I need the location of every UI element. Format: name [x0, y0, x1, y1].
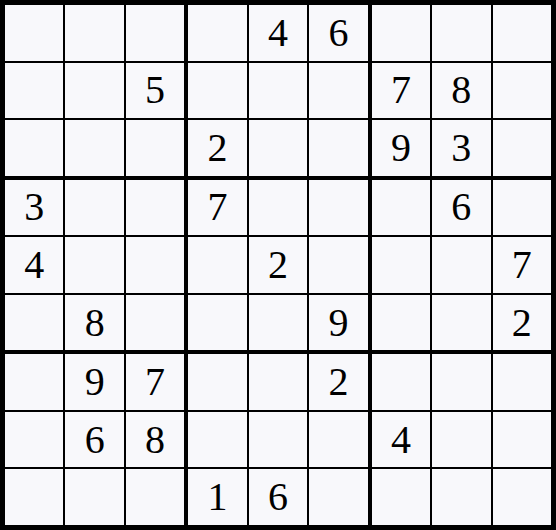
box-r2c3: 672 [372, 180, 551, 351]
cell-r4c7[interactable] [372, 180, 430, 236]
cell-r3c7[interactable]: 9 [372, 120, 430, 176]
cell-r9c6[interactable] [309, 469, 367, 525]
cell-r5c7[interactable] [372, 237, 430, 293]
cell-r5c1[interactable]: 4 [5, 237, 63, 293]
cell-r6c8[interactable] [432, 295, 490, 351]
cell-r6c6[interactable]: 9 [309, 295, 367, 351]
box-r1c1: 5 [5, 5, 184, 176]
cell-r7c5[interactable] [249, 354, 307, 410]
cell-r1c3[interactable] [126, 5, 184, 61]
sudoku-board: 5462789334872967297682164 [0, 0, 556, 530]
cell-r5c3[interactable] [126, 237, 184, 293]
cell-r6c2[interactable]: 8 [65, 295, 123, 351]
cell-r3c8[interactable]: 3 [432, 120, 490, 176]
cell-r3c2[interactable] [65, 120, 123, 176]
cell-r7c7[interactable] [372, 354, 430, 410]
cell-r9c3[interactable] [126, 469, 184, 525]
cell-r6c7[interactable] [372, 295, 430, 351]
cell-r8c6[interactable] [309, 412, 367, 468]
cell-r1c5[interactable]: 4 [249, 5, 307, 61]
cell-r7c9[interactable] [493, 354, 551, 410]
cell-r9c7[interactable] [372, 469, 430, 525]
cell-r6c9[interactable]: 2 [493, 295, 551, 351]
cell-r6c4[interactable] [188, 295, 246, 351]
cell-r4c9[interactable] [493, 180, 551, 236]
cell-r9c1[interactable] [5, 469, 63, 525]
cell-r8c5[interactable] [249, 412, 307, 468]
cell-r9c4[interactable]: 1 [188, 469, 246, 525]
cell-r3c1[interactable] [5, 120, 63, 176]
box-r1c3: 7893 [372, 5, 551, 176]
cell-r5c2[interactable] [65, 237, 123, 293]
cell-r1c2[interactable] [65, 5, 123, 61]
cell-r2c2[interactable] [65, 63, 123, 119]
cell-r2c3[interactable]: 5 [126, 63, 184, 119]
cell-r1c6[interactable]: 6 [309, 5, 367, 61]
cell-r8c9[interactable] [493, 412, 551, 468]
cell-r7c6[interactable]: 2 [309, 354, 367, 410]
cell-r4c2[interactable] [65, 180, 123, 236]
cell-r9c8[interactable] [432, 469, 490, 525]
cell-r2c1[interactable] [5, 63, 63, 119]
cell-r2c4[interactable] [188, 63, 246, 119]
cell-r7c4[interactable] [188, 354, 246, 410]
cell-r2c7[interactable]: 7 [372, 63, 430, 119]
cell-r8c7[interactable]: 4 [372, 412, 430, 468]
box-r3c2: 216 [188, 354, 367, 525]
box-r1c2: 462 [188, 5, 367, 176]
cell-r3c9[interactable] [493, 120, 551, 176]
sudoku-board-wrapper: 5462789334872967297682164 [0, 0, 556, 530]
cell-r9c5[interactable]: 6 [249, 469, 307, 525]
cell-r5c6[interactable] [309, 237, 367, 293]
cell-r1c1[interactable] [5, 5, 63, 61]
cell-r1c8[interactable] [432, 5, 490, 61]
cell-r4c1[interactable]: 3 [5, 180, 63, 236]
cell-r3c6[interactable] [309, 120, 367, 176]
cell-r6c5[interactable] [249, 295, 307, 351]
cell-r8c1[interactable] [5, 412, 63, 468]
cell-r2c6[interactable] [309, 63, 367, 119]
box-r2c2: 729 [188, 180, 367, 351]
cell-r1c4[interactable] [188, 5, 246, 61]
cell-r3c4[interactable]: 2 [188, 120, 246, 176]
box-r3c1: 9768 [5, 354, 184, 525]
cell-r8c8[interactable] [432, 412, 490, 468]
cell-r1c9[interactable] [493, 5, 551, 61]
box-r2c1: 348 [5, 180, 184, 351]
cell-r5c9[interactable]: 7 [493, 237, 551, 293]
cell-r7c8[interactable] [432, 354, 490, 410]
box-r3c3: 4 [372, 354, 551, 525]
cell-r5c4[interactable] [188, 237, 246, 293]
cell-r7c2[interactable]: 9 [65, 354, 123, 410]
cell-r5c5[interactable]: 2 [249, 237, 307, 293]
cell-r1c7[interactable] [372, 5, 430, 61]
cell-r6c3[interactable] [126, 295, 184, 351]
cell-r5c8[interactable] [432, 237, 490, 293]
cell-r3c3[interactable] [126, 120, 184, 176]
cell-r2c9[interactable] [493, 63, 551, 119]
cell-r4c6[interactable] [309, 180, 367, 236]
cell-r4c4[interactable]: 7 [188, 180, 246, 236]
cell-r2c5[interactable] [249, 63, 307, 119]
cell-r7c1[interactable] [5, 354, 63, 410]
cell-r4c8[interactable]: 6 [432, 180, 490, 236]
cell-r8c4[interactable] [188, 412, 246, 468]
cell-r3c5[interactable] [249, 120, 307, 176]
cell-r9c9[interactable] [493, 469, 551, 525]
cell-r8c2[interactable]: 6 [65, 412, 123, 468]
cell-r2c8[interactable]: 8 [432, 63, 490, 119]
cell-r7c3[interactable]: 7 [126, 354, 184, 410]
cell-r8c3[interactable]: 8 [126, 412, 184, 468]
cell-r6c1[interactable] [5, 295, 63, 351]
cell-r4c3[interactable] [126, 180, 184, 236]
cell-r9c2[interactable] [65, 469, 123, 525]
cell-r4c5[interactable] [249, 180, 307, 236]
